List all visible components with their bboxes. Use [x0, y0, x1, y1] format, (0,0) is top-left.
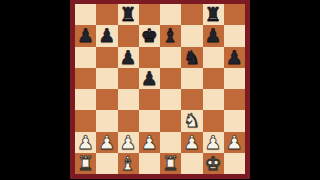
square-g2[interactable]: ♟	[203, 132, 224, 153]
square-f2[interactable]: ♟	[181, 132, 202, 153]
square-h3[interactable]	[224, 110, 245, 131]
square-e8[interactable]	[160, 4, 181, 25]
chess-board-frame: ♜♜♟♟♚♝♟♟♞♟♟♞♟♟♟♟♟♟♟♜♝♜♚	[70, 0, 250, 179]
square-e1[interactable]: ♜	[160, 153, 181, 174]
square-f7[interactable]	[181, 25, 202, 46]
white-bishop-c1[interactable]: ♝	[120, 153, 137, 172]
square-f3[interactable]: ♞	[181, 110, 202, 131]
square-g3[interactable]	[203, 110, 224, 131]
square-b5[interactable]	[96, 68, 117, 89]
square-d3[interactable]	[139, 110, 160, 131]
square-g4[interactable]	[203, 89, 224, 110]
black-pawn-c6[interactable]: ♟	[120, 47, 137, 66]
square-g1[interactable]: ♚	[203, 153, 224, 174]
square-h7[interactable]	[224, 25, 245, 46]
square-b7[interactable]: ♟	[96, 25, 117, 46]
square-d1[interactable]	[139, 153, 160, 174]
square-a8[interactable]	[75, 4, 96, 25]
square-e4[interactable]	[160, 89, 181, 110]
square-e7[interactable]: ♝	[160, 25, 181, 46]
square-g5[interactable]	[203, 68, 224, 89]
square-c7[interactable]	[118, 25, 139, 46]
white-king-g1[interactable]: ♚	[205, 153, 222, 172]
square-a7[interactable]: ♟	[75, 25, 96, 46]
square-b4[interactable]	[96, 89, 117, 110]
square-c6[interactable]: ♟	[118, 47, 139, 68]
square-d8[interactable]	[139, 4, 160, 25]
square-g6[interactable]	[203, 47, 224, 68]
white-pawn-c2[interactable]: ♟	[120, 132, 137, 151]
white-pawn-g2[interactable]: ♟	[205, 132, 222, 151]
square-d6[interactable]	[139, 47, 160, 68]
black-pawn-g7[interactable]: ♟	[205, 26, 222, 45]
square-a4[interactable]	[75, 89, 96, 110]
square-d5[interactable]: ♟	[139, 68, 160, 89]
square-a6[interactable]	[75, 47, 96, 68]
square-g8[interactable]: ♜	[203, 4, 224, 25]
square-a1[interactable]: ♜	[75, 153, 96, 174]
square-f5[interactable]	[181, 68, 202, 89]
square-h8[interactable]	[224, 4, 245, 25]
square-e2[interactable]	[160, 132, 181, 153]
white-knight-f3[interactable]: ♞	[183, 111, 200, 130]
square-f4[interactable]	[181, 89, 202, 110]
square-h4[interactable]	[224, 89, 245, 110]
black-pawn-d5[interactable]: ♟	[141, 68, 158, 87]
square-e3[interactable]	[160, 110, 181, 131]
white-rook-a1[interactable]: ♜	[77, 153, 94, 172]
white-pawn-h2[interactable]: ♟	[226, 132, 243, 151]
square-h6[interactable]: ♟	[224, 47, 245, 68]
white-pawn-a2[interactable]: ♟	[77, 132, 94, 151]
black-rook-g8[interactable]: ♜	[205, 5, 222, 24]
square-h5[interactable]	[224, 68, 245, 89]
square-e5[interactable]	[160, 68, 181, 89]
square-f1[interactable]	[181, 153, 202, 174]
square-b8[interactable]	[96, 4, 117, 25]
square-d2[interactable]: ♟	[139, 132, 160, 153]
square-g7[interactable]: ♟	[203, 25, 224, 46]
square-b2[interactable]: ♟	[96, 132, 117, 153]
square-d4[interactable]	[139, 89, 160, 110]
black-rook-c8[interactable]: ♜	[120, 5, 137, 24]
black-pawn-a7[interactable]: ♟	[77, 26, 94, 45]
square-e6[interactable]	[160, 47, 181, 68]
square-d7[interactable]: ♚	[139, 25, 160, 46]
square-a5[interactable]	[75, 68, 96, 89]
white-rook-e1[interactable]: ♜	[162, 153, 179, 172]
square-b3[interactable]	[96, 110, 117, 131]
black-knight-f6[interactable]: ♞	[183, 47, 200, 66]
square-c2[interactable]: ♟	[118, 132, 139, 153]
square-c8[interactable]: ♜	[118, 4, 139, 25]
square-a3[interactable]	[75, 110, 96, 131]
black-pawn-h6[interactable]: ♟	[226, 47, 243, 66]
square-c4[interactable]	[118, 89, 139, 110]
white-pawn-d2[interactable]: ♟	[141, 132, 158, 151]
square-b6[interactable]	[96, 47, 117, 68]
square-f6[interactable]: ♞	[181, 47, 202, 68]
white-pawn-b2[interactable]: ♟	[98, 132, 115, 151]
square-h2[interactable]: ♟	[224, 132, 245, 153]
black-bishop-e7[interactable]: ♝	[162, 26, 179, 45]
white-pawn-f2[interactable]: ♟	[183, 132, 200, 151]
square-h1[interactable]	[224, 153, 245, 174]
square-b1[interactable]	[96, 153, 117, 174]
black-pawn-b7[interactable]: ♟	[98, 26, 115, 45]
square-f8[interactable]	[181, 4, 202, 25]
square-c3[interactable]	[118, 110, 139, 131]
black-king-d7[interactable]: ♚	[141, 26, 158, 45]
square-c5[interactable]	[118, 68, 139, 89]
square-c1[interactable]: ♝	[118, 153, 139, 174]
square-a2[interactable]: ♟	[75, 132, 96, 153]
chess-board: ♜♜♟♟♚♝♟♟♞♟♟♞♟♟♟♟♟♟♟♜♝♜♚	[75, 4, 245, 174]
letterbox-background: ♜♜♟♟♚♝♟♟♞♟♟♞♟♟♟♟♟♟♟♜♝♜♚	[0, 0, 320, 180]
